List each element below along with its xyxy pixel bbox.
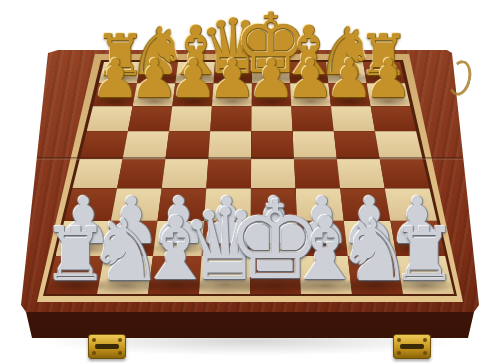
board-fold-seam	[37, 157, 463, 160]
chess-set-photo: ♜♞♝♛♚♝♞♜♟♟♟♟♟♟♟♟♟♟♟♟♟♟♟♟♜♞♝♛♚♝♞♜	[0, 0, 500, 363]
square-h5[interactable]	[375, 131, 423, 158]
clasp-right-icon	[393, 334, 431, 359]
piece-silver-rook-h1[interactable]: ♜	[391, 218, 458, 292]
clasp-left-icon	[88, 334, 126, 359]
square-d5[interactable]	[208, 131, 251, 158]
piece-gold-pawn-h7[interactable]: ♟	[364, 52, 412, 106]
square-e5[interactable]	[251, 131, 294, 158]
square-b5[interactable]	[123, 131, 169, 158]
square-f5[interactable]	[293, 131, 337, 158]
square-g5[interactable]	[334, 131, 380, 158]
square-c5[interactable]	[165, 131, 210, 158]
square-a5[interactable]	[80, 131, 128, 158]
